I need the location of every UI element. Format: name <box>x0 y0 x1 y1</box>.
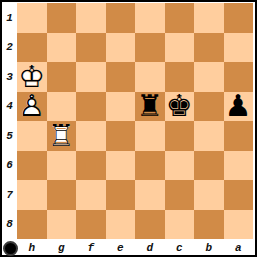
square-g8[interactable] <box>47 210 77 240</box>
chess-board: ♚♔♟♙♜♚♟♜♖ <box>17 3 253 239</box>
square-c7[interactable] <box>165 180 195 210</box>
piece-outline-layer: ♔ <box>17 62 47 92</box>
piece-white-pawn[interactable]: ♟♙ <box>17 92 47 122</box>
square-g7[interactable] <box>47 180 77 210</box>
square-h8[interactable] <box>17 210 47 240</box>
square-f8[interactable] <box>76 210 106 240</box>
square-g4[interactable] <box>47 92 77 122</box>
rank-labels: 12345678 <box>2 3 17 239</box>
square-e8[interactable] <box>106 210 136 240</box>
square-f1[interactable] <box>76 3 106 33</box>
square-h7[interactable] <box>17 180 47 210</box>
square-h6[interactable] <box>17 151 47 181</box>
piece-black-rook[interactable]: ♜ <box>135 92 165 122</box>
square-d7[interactable] <box>135 180 165 210</box>
square-f5[interactable] <box>76 121 106 151</box>
square-a3[interactable] <box>224 62 254 92</box>
square-a8[interactable] <box>224 210 254 240</box>
square-e1[interactable] <box>106 3 136 33</box>
square-d1[interactable] <box>135 3 165 33</box>
rank-label-8: 8 <box>2 210 17 240</box>
square-h4[interactable]: ♟♙ <box>17 92 47 122</box>
square-a4[interactable]: ♟ <box>224 92 254 122</box>
file-label-g: g <box>47 240 77 255</box>
square-b3[interactable] <box>194 62 224 92</box>
square-c5[interactable] <box>165 121 195 151</box>
file-labels: hgfedcba <box>17 240 253 255</box>
piece-white-king[interactable]: ♚♔ <box>17 62 47 92</box>
square-b6[interactable] <box>194 151 224 181</box>
square-g2[interactable] <box>47 33 77 63</box>
file-label-e: e <box>106 240 136 255</box>
square-e6[interactable] <box>106 151 136 181</box>
piece-solid-layer: ♜ <box>135 92 165 122</box>
square-f7[interactable] <box>76 180 106 210</box>
square-a7[interactable] <box>224 180 254 210</box>
square-e2[interactable] <box>106 33 136 63</box>
square-b1[interactable] <box>194 3 224 33</box>
square-a1[interactable] <box>224 3 254 33</box>
square-h5[interactable] <box>17 121 47 151</box>
file-label-f: f <box>76 240 106 255</box>
square-f3[interactable] <box>76 62 106 92</box>
square-d5[interactable] <box>135 121 165 151</box>
rank-label-3: 3 <box>2 62 17 92</box>
square-c1[interactable] <box>165 3 195 33</box>
square-d4[interactable]: ♜ <box>135 92 165 122</box>
square-d2[interactable] <box>135 33 165 63</box>
board-panel: 12345678 ♚♔♟♙♜♚♟♜♖ hgfedcba <box>2 2 255 255</box>
square-g3[interactable] <box>47 62 77 92</box>
rank-label-2: 2 <box>2 33 17 63</box>
rank-label-1: 1 <box>2 3 17 33</box>
piece-solid-layer: ♟ <box>224 92 254 122</box>
square-a5[interactable] <box>224 121 254 151</box>
piece-solid-layer: ♚ <box>165 92 195 122</box>
square-a2[interactable] <box>224 33 254 63</box>
square-d3[interactable] <box>135 62 165 92</box>
square-e7[interactable] <box>106 180 136 210</box>
square-b7[interactable] <box>194 180 224 210</box>
file-label-b: b <box>194 240 224 255</box>
square-h1[interactable] <box>17 3 47 33</box>
piece-white-rook[interactable]: ♜♖ <box>47 121 77 151</box>
rank-label-4: 4 <box>2 92 17 122</box>
file-label-d: d <box>135 240 165 255</box>
turn-indicator-black-to-move <box>3 241 18 256</box>
square-h2[interactable] <box>17 33 47 63</box>
square-g5[interactable]: ♜♖ <box>47 121 77 151</box>
square-b2[interactable] <box>194 33 224 63</box>
chess-diagram: 12345678 ♚♔♟♙♜♚♟♜♖ hgfedcba <box>0 0 257 257</box>
square-c2[interactable] <box>165 33 195 63</box>
square-a6[interactable] <box>224 151 254 181</box>
square-f2[interactable] <box>76 33 106 63</box>
square-g6[interactable] <box>47 151 77 181</box>
square-d8[interactable] <box>135 210 165 240</box>
piece-outline-layer: ♖ <box>47 121 77 151</box>
square-e4[interactable] <box>106 92 136 122</box>
square-f4[interactable] <box>76 92 106 122</box>
rank-label-5: 5 <box>2 121 17 151</box>
square-d6[interactable] <box>135 151 165 181</box>
file-label-c: c <box>165 240 195 255</box>
file-label-a: a <box>224 240 254 255</box>
rank-label-7: 7 <box>2 180 17 210</box>
square-b4[interactable] <box>194 92 224 122</box>
square-f6[interactable] <box>76 151 106 181</box>
square-g1[interactable] <box>47 3 77 33</box>
square-c6[interactable] <box>165 151 195 181</box>
rank-label-6: 6 <box>2 151 17 181</box>
square-h3[interactable]: ♚♔ <box>17 62 47 92</box>
piece-outline-layer: ♙ <box>17 92 47 122</box>
square-c8[interactable] <box>165 210 195 240</box>
piece-black-king[interactable]: ♚ <box>165 92 195 122</box>
piece-black-pawn[interactable]: ♟ <box>224 92 254 122</box>
square-c4[interactable]: ♚ <box>165 92 195 122</box>
square-b8[interactable] <box>194 210 224 240</box>
square-c3[interactable] <box>165 62 195 92</box>
square-e3[interactable] <box>106 62 136 92</box>
file-label-h: h <box>17 240 47 255</box>
square-b5[interactable] <box>194 121 224 151</box>
square-e5[interactable] <box>106 121 136 151</box>
